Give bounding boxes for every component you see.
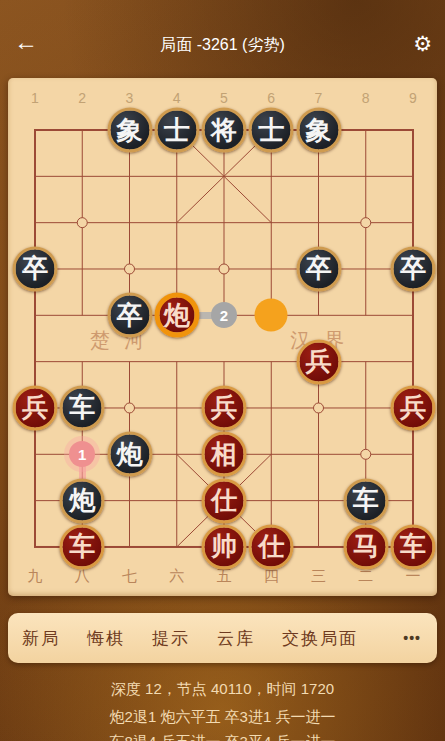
piece-black-chariot[interactable]: 车	[343, 478, 388, 523]
piece-red-soldier[interactable]: 兵	[202, 385, 247, 430]
file-label-bottom: 七	[122, 567, 137, 586]
file-label-top: 6	[267, 90, 275, 106]
piece-red-cannon[interactable]: 炮	[154, 293, 199, 338]
last-move-origin-dot	[255, 299, 288, 332]
file-label-bottom: 九	[28, 567, 43, 586]
piece-black-advisor[interactable]: 士	[249, 108, 294, 153]
engine-stats-line: 深度 12，节点 40110，时间 1720	[0, 680, 445, 699]
file-label-bottom: 八	[75, 567, 90, 586]
file-label-bottom: 四	[264, 567, 279, 586]
piece-black-elephant[interactable]: 象	[296, 108, 341, 153]
file-label-top: 8	[362, 90, 370, 106]
file-label-top: 4	[173, 90, 181, 106]
piece-black-cannon[interactable]: 炮	[60, 478, 105, 523]
file-label-top: 1	[31, 90, 39, 106]
menu-item-new-game[interactable]: 新局	[22, 627, 60, 650]
piece-red-soldier[interactable]: 兵	[13, 385, 58, 430]
file-label-bottom: 五	[217, 567, 232, 586]
piece-black-soldier[interactable]: 卒	[296, 246, 341, 291]
file-label-top: 7	[315, 90, 323, 106]
file-label-bottom: 一	[406, 567, 421, 586]
file-label-bottom: 六	[169, 567, 184, 586]
file-label-top: 5	[220, 90, 228, 106]
piece-black-soldier[interactable]: 卒	[107, 293, 152, 338]
piece-black-advisor[interactable]: 士	[154, 108, 199, 153]
engine-line-2: 车8退4 兵五进一 卒3平4 兵一进一	[0, 733, 445, 741]
file-label-top: 9	[409, 90, 417, 106]
piece-red-chariot[interactable]: 车	[60, 524, 105, 569]
piece-black-general[interactable]: 将	[202, 108, 247, 153]
piece-black-soldier[interactable]: 卒	[391, 246, 436, 291]
move-badge-2: 2	[211, 302, 237, 328]
file-label-top: 3	[126, 90, 134, 106]
file-label-top: 2	[78, 90, 86, 106]
menu-item-hint[interactable]: 提示	[152, 627, 190, 650]
piece-red-horse[interactable]: 马	[343, 524, 388, 569]
piece-red-advisor[interactable]: 仕	[249, 524, 294, 569]
piece-black-soldier[interactable]: 卒	[13, 246, 58, 291]
piece-red-soldier[interactable]: 兵	[296, 339, 341, 384]
file-label-bottom: 三	[311, 567, 326, 586]
menu-item-swap-position[interactable]: 交换局面	[282, 627, 358, 650]
header: ← 局面 -3261 (劣势) ⚙	[0, 0, 445, 78]
more-menu-icon[interactable]: •••	[403, 630, 421, 646]
engine-line-1: 炮2退1 炮六平五 卒3进1 兵一进一	[0, 708, 445, 727]
piece-black-chariot[interactable]: 车	[60, 385, 105, 430]
piece-red-elephant[interactable]: 相	[202, 432, 247, 477]
piece-red-soldier[interactable]: 兵	[391, 385, 436, 430]
settings-gear-icon[interactable]: ⚙	[413, 33, 432, 54]
page-title: 局面 -3261 (劣势)	[0, 35, 445, 56]
xiangqi-board[interactable]: 123456789九八七六五四三二一 楚河 汉界 象士将士象卒卒卒卒车炮炮车炮兵…	[8, 78, 437, 596]
menu-item-cloud-library[interactable]: 云库	[217, 627, 255, 650]
piece-black-cannon[interactable]: 炮	[107, 432, 152, 477]
piece-red-general[interactable]: 帅	[202, 524, 247, 569]
file-label-bottom: 二	[358, 567, 373, 586]
piece-black-elephant[interactable]: 象	[107, 108, 152, 153]
menu-item-undo[interactable]: 悔棋	[87, 627, 125, 650]
move-badge-1: 1	[69, 441, 95, 467]
piece-red-advisor[interactable]: 仕	[202, 478, 247, 523]
bottom-menu: 新局 悔棋 提示 云库 交换局面 •••	[8, 613, 437, 663]
piece-red-chariot[interactable]: 车	[391, 524, 436, 569]
